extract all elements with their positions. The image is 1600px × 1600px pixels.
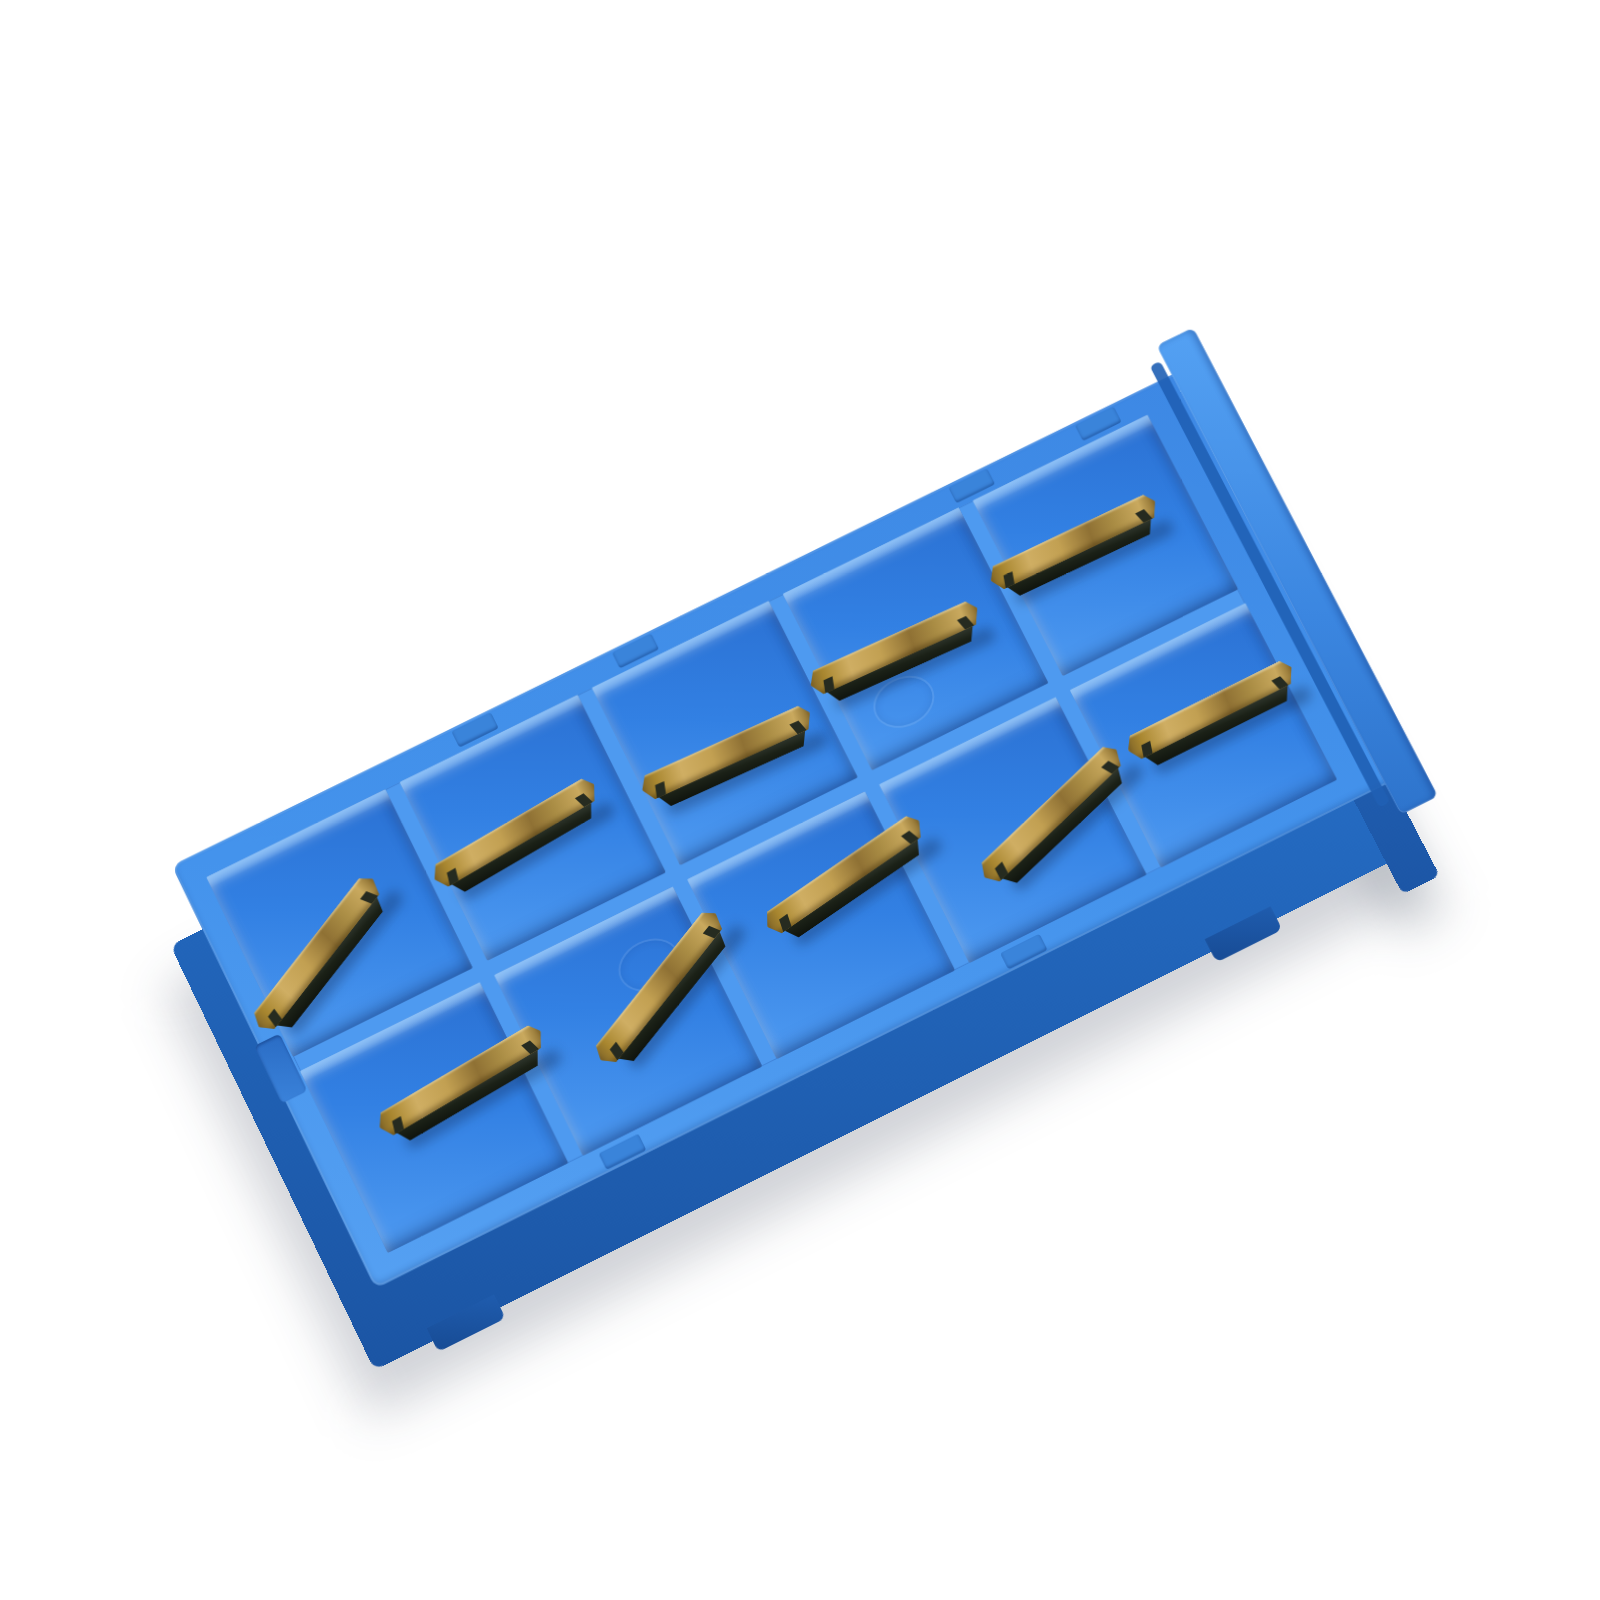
photo-background [0,0,1600,1600]
scene-perspective [0,29,1600,1600]
